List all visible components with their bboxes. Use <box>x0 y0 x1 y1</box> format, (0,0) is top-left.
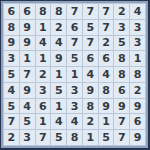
grid-cell-r7c2[interactable]: 4 <box>20 99 35 114</box>
grid-cell-r1c3[interactable]: 8 <box>36 4 51 19</box>
grid-cell-r6c5[interactable]: 3 <box>67 83 82 98</box>
grid-cell-r8c4[interactable]: 4 <box>51 114 66 129</box>
grid-cell-r7c1[interactable]: 5 <box>4 99 19 114</box>
grid-cell-r9c1[interactable]: 2 <box>4 130 19 145</box>
grid-cell-r9c2[interactable]: 3 <box>20 130 35 145</box>
grid-cell-r1c9[interactable]: 4 <box>130 4 145 19</box>
grid-cell-r5c8[interactable]: 8 <box>114 67 129 82</box>
grid-cell-r2c9[interactable]: 3 <box>130 20 145 35</box>
grid-cell-r7c8[interactable]: 9 <box>114 99 129 114</box>
grid-cell-r4c8[interactable]: 8 <box>114 51 129 66</box>
grid-cell-r3c1[interactable]: 9 <box>4 36 19 51</box>
number-grid: 6688777248912657339944772533119566815721… <box>3 3 146 146</box>
grid-cell-r3c5[interactable]: 7 <box>67 36 82 51</box>
grid-cell-r7c6[interactable]: 8 <box>83 99 98 114</box>
grid-cell-r7c3[interactable]: 6 <box>36 99 51 114</box>
grid-cell-r1c6[interactable]: 7 <box>83 4 98 19</box>
grid-cell-r1c1[interactable]: 6 <box>4 4 19 19</box>
grid-cell-r5c2[interactable]: 7 <box>20 67 35 82</box>
grid-cell-r4c4[interactable]: 9 <box>51 51 66 66</box>
grid-cell-r6c1[interactable]: 4 <box>4 83 19 98</box>
grid-cell-r3c6[interactable]: 7 <box>83 36 98 51</box>
grid-cell-r8c8[interactable]: 7 <box>114 114 129 129</box>
grid-cell-r5c7[interactable]: 4 <box>99 67 114 82</box>
grid-cell-r8c9[interactable]: 6 <box>130 114 145 129</box>
grid-cell-r2c4[interactable]: 2 <box>51 20 66 35</box>
grid-cell-r7c5[interactable]: 3 <box>67 99 82 114</box>
grid-cell-r7c9[interactable]: 9 <box>130 99 145 114</box>
grid-cell-r8c3[interactable]: 1 <box>36 114 51 129</box>
grid-cell-r4c6[interactable]: 6 <box>83 51 98 66</box>
grid-cell-r7c7[interactable]: 9 <box>99 99 114 114</box>
grid-cell-r1c4[interactable]: 8 <box>51 4 66 19</box>
grid-cell-r3c9[interactable]: 3 <box>130 36 145 51</box>
grid-cell-r4c1[interactable]: 3 <box>4 51 19 66</box>
grid-cell-r6c3[interactable]: 3 <box>36 83 51 98</box>
grid-cell-r9c6[interactable]: 1 <box>83 130 98 145</box>
grid-cell-r8c1[interactable]: 7 <box>4 114 19 129</box>
grid-cell-r8c6[interactable]: 2 <box>83 114 98 129</box>
grid-cell-r1c7[interactable]: 7 <box>99 4 114 19</box>
grid-cell-r2c8[interactable]: 3 <box>114 20 129 35</box>
grid-cell-r4c3[interactable]: 1 <box>36 51 51 66</box>
grid-cell-r4c9[interactable]: 1 <box>130 51 145 66</box>
grid-cell-r8c2[interactable]: 5 <box>20 114 35 129</box>
grid-cell-r9c4[interactable]: 5 <box>51 130 66 145</box>
grid-cell-r3c8[interactable]: 5 <box>114 36 129 51</box>
grid-cell-r9c9[interactable]: 9 <box>130 130 145 145</box>
grid-cell-r4c7[interactable]: 6 <box>99 51 114 66</box>
grid-cell-r9c5[interactable]: 8 <box>67 130 82 145</box>
grid-cell-r9c3[interactable]: 7 <box>36 130 51 145</box>
grid-cell-r2c7[interactable]: 7 <box>99 20 114 35</box>
grid-cell-r6c9[interactable]: 2 <box>130 83 145 98</box>
grid-cell-r3c4[interactable]: 4 <box>51 36 66 51</box>
grid-cell-r6c4[interactable]: 5 <box>51 83 66 98</box>
grid-cell-r1c8[interactable]: 2 <box>114 4 129 19</box>
grid-cell-r4c5[interactable]: 5 <box>67 51 82 66</box>
grid-cell-r2c2[interactable]: 9 <box>20 20 35 35</box>
grid-cell-r9c7[interactable]: 5 <box>99 130 114 145</box>
grid-cell-r5c3[interactable]: 2 <box>36 67 51 82</box>
grid-cell-r2c5[interactable]: 6 <box>67 20 82 35</box>
grid-cell-r9c8[interactable]: 7 <box>114 130 129 145</box>
grid-cell-r3c7[interactable]: 2 <box>99 36 114 51</box>
grid-cell-r6c7[interactable]: 8 <box>99 83 114 98</box>
grid-cell-r7c4[interactable]: 1 <box>51 99 66 114</box>
grid-cell-r3c2[interactable]: 9 <box>20 36 35 51</box>
grid-cell-r5c5[interactable]: 1 <box>67 67 82 82</box>
grid-cell-r4c2[interactable]: 1 <box>20 51 35 66</box>
grid-cell-r5c9[interactable]: 8 <box>130 67 145 82</box>
grid-cell-r6c6[interactable]: 9 <box>83 83 98 98</box>
grid-cell-r5c4[interactable]: 1 <box>51 67 66 82</box>
grid-cell-r1c2[interactable]: 6 <box>20 4 35 19</box>
grid-cell-r2c1[interactable]: 8 <box>4 20 19 35</box>
grid-cell-r6c8[interactable]: 6 <box>114 83 129 98</box>
grid-cell-r1c5[interactable]: 7 <box>67 4 82 19</box>
grid-cell-r8c7[interactable]: 1 <box>99 114 114 129</box>
grid-cell-r2c3[interactable]: 1 <box>36 20 51 35</box>
grid-cell-r5c1[interactable]: 5 <box>4 67 19 82</box>
grid-cell-r3c3[interactable]: 4 <box>36 36 51 51</box>
number-match-board: 6688777248912657339944772533119566815721… <box>0 0 150 150</box>
grid-cell-r6c2[interactable]: 9 <box>20 83 35 98</box>
grid-cell-r5c6[interactable]: 4 <box>83 67 98 82</box>
grid-cell-r8c5[interactable]: 4 <box>67 114 82 129</box>
grid-cell-r2c6[interactable]: 5 <box>83 20 98 35</box>
